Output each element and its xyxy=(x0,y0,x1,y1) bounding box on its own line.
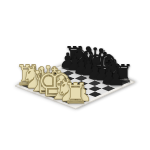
pieces-layer: ♜♞♟♝♟♛♟♚♟♝♟♞♟♜♟♟♟♟♜♟♞♟♝♟♛♟♚♟♝♟♞♜ xyxy=(0,0,150,150)
white-rook: ♜ xyxy=(63,80,88,108)
chess-set-photo: ♜♞♟♝♟♛♟♚♟♝♟♞♟♜♟♟♟♟♜♟♞♟♝♟♛♟♚♟♝♟♞♜ xyxy=(0,0,150,150)
black-pawn: ♟ xyxy=(107,68,125,88)
